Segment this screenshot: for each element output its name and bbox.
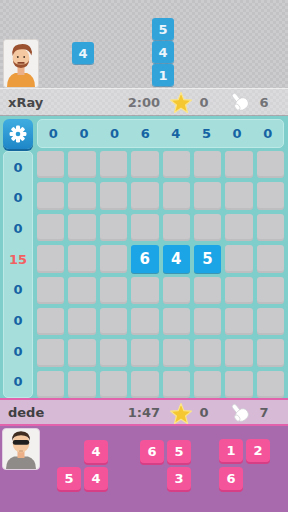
player-rack-tile-2[interactable]: 5 [57, 467, 81, 490]
board-cell-r6c1[interactable] [37, 308, 64, 335]
board-cell-r1c7[interactable] [225, 151, 252, 178]
board-cell-r6c4[interactable] [131, 308, 158, 335]
board-cell-r8c2[interactable] [68, 371, 95, 398]
col-sum-6: 5 [202, 127, 211, 140]
opponent-rack-tile-2[interactable]: 5 [152, 18, 174, 40]
board-cell-r1c4[interactable] [131, 151, 158, 178]
player-rack-tile-8[interactable]: 2 [246, 439, 270, 462]
col-sum-8: 0 [263, 127, 272, 140]
board-cell-r4c1[interactable] [37, 245, 64, 272]
board-cell-r2c3[interactable] [100, 182, 127, 209]
board-cell-r8c1[interactable] [37, 371, 64, 398]
sunglasses-avatar-illustration [3, 429, 39, 469]
row-sum-8: 0 [13, 375, 22, 388]
board-tile-r4c4[interactable]: 6 [131, 245, 158, 272]
board-cell-r6c5[interactable] [163, 308, 190, 335]
player-rack: 454653126 [0, 426, 288, 512]
player-bar: dede 1:47 0 7 [0, 398, 288, 426]
board-cell-r1c1[interactable] [37, 151, 64, 178]
board-cell-r5c6[interactable] [194, 277, 221, 304]
opponent-bar: xRay 2:00 0 6 [0, 88, 288, 116]
board-cell-r2c6[interactable] [194, 182, 221, 209]
board-cell-r1c6[interactable] [194, 151, 221, 178]
board-tile-r4c5[interactable]: 4 [163, 245, 190, 272]
board-cell-r2c4[interactable] [131, 182, 158, 209]
col-sum-2: 0 [79, 127, 88, 140]
board-cell-r3c7[interactable] [225, 214, 252, 241]
board-cell-r1c2[interactable] [68, 151, 95, 178]
board-cell-r5c7[interactable] [225, 277, 252, 304]
col-sum-7: 0 [233, 127, 242, 140]
board-cell-r3c5[interactable] [163, 214, 190, 241]
opponent-timer: 2:00 [128, 96, 160, 109]
board-cell-r4c7[interactable] [225, 245, 252, 272]
row-sum-6: 0 [13, 314, 22, 327]
board-cell-r5c8[interactable] [257, 277, 284, 304]
opponent-star-count: 0 [196, 96, 212, 109]
board-cell-r3c1[interactable] [37, 214, 64, 241]
board-cell-r4c2[interactable] [68, 245, 95, 272]
row-sums-strip: 000150000 [3, 151, 33, 398]
board-cell-r8c7[interactable] [225, 371, 252, 398]
board-cell-r3c8[interactable] [257, 214, 284, 241]
board-cell-r2c8[interactable] [257, 182, 284, 209]
player-timer: 1:47 [128, 406, 160, 419]
board-cell-r6c7[interactable] [225, 308, 252, 335]
row-sum-2: 0 [13, 191, 22, 204]
board-cell-r3c3[interactable] [100, 214, 127, 241]
board-cell-r4c8[interactable] [257, 245, 284, 272]
board-cell-r5c4[interactable] [131, 277, 158, 304]
board-cell-r2c2[interactable] [68, 182, 95, 209]
row-sum-3: 0 [13, 222, 22, 235]
hand-pointer-icon [226, 90, 254, 116]
player-name: dede [8, 406, 44, 419]
board-cell-r8c8[interactable] [257, 371, 284, 398]
row-sum-5: 0 [13, 283, 22, 296]
opponent-tiles-left-count: 6 [256, 96, 272, 109]
board-cell-r6c3[interactable] [100, 308, 127, 335]
player-rack-tile-9[interactable]: 6 [219, 467, 243, 490]
board-cell-r5c5[interactable] [163, 277, 190, 304]
board-cell-r7c6[interactable] [194, 339, 221, 366]
player-rack-tile-3[interactable]: 4 [84, 467, 108, 490]
board-cell-r7c7[interactable] [225, 339, 252, 366]
board-cell-r1c3[interactable] [100, 151, 127, 178]
board-cell-r2c5[interactable] [163, 182, 190, 209]
board-cell-r1c5[interactable] [163, 151, 190, 178]
board-cell-r6c8[interactable] [257, 308, 284, 335]
player-star-count: 0 [196, 406, 212, 419]
col-sum-5: 4 [171, 127, 180, 140]
board-cell-r2c7[interactable] [225, 182, 252, 209]
col-sum-1: 0 [49, 127, 58, 140]
board-area: 00064500 000150000 645 [0, 116, 288, 398]
col-sum-4: 6 [141, 127, 150, 140]
player-avatar [2, 428, 40, 470]
board-cell-r7c3[interactable] [100, 339, 127, 366]
board-cell-r8c6[interactable] [194, 371, 221, 398]
board-cell-r7c8[interactable] [257, 339, 284, 366]
board-cell-r5c2[interactable] [68, 277, 95, 304]
board-cell-r6c2[interactable] [68, 308, 95, 335]
board-cell-r7c1[interactable] [37, 339, 64, 366]
settings-button[interactable] [3, 119, 33, 149]
board-cell-r3c2[interactable] [68, 214, 95, 241]
gear-icon [9, 125, 27, 143]
game-board: 645 [37, 151, 284, 398]
player-area: 454653126 [0, 426, 288, 512]
hand-pointer-icon [226, 401, 254, 427]
opponent-name: xRay [8, 96, 43, 109]
board-cell-r8c4[interactable] [131, 371, 158, 398]
board-cell-r6c6[interactable] [194, 308, 221, 335]
board-cell-r4c3[interactable] [100, 245, 127, 272]
board-cell-r3c4[interactable] [131, 214, 158, 241]
board-cell-r1c8[interactable] [257, 151, 284, 178]
board-cell-r8c5[interactable] [163, 371, 190, 398]
board-cell-r7c5[interactable] [163, 339, 190, 366]
player-tiles-left-count: 7 [256, 406, 272, 419]
player-rack-tile-4[interactable]: 6 [140, 440, 164, 463]
player-rack-tile-5[interactable]: 5 [167, 440, 191, 463]
opponent-rack-tile-3[interactable]: 4 [152, 41, 174, 63]
col-sum-3: 0 [110, 127, 119, 140]
board-cell-r7c2[interactable] [68, 339, 95, 366]
player-rack-tile-6[interactable]: 3 [167, 467, 191, 490]
opponent-rack-tile-4[interactable]: 1 [152, 64, 174, 86]
opponent-rack-tile-1[interactable]: 4 [72, 42, 94, 64]
board-cell-r7c4[interactable] [131, 339, 158, 366]
board-cell-r5c3[interactable] [100, 277, 127, 304]
column-sums-strip: 00064500 [37, 119, 284, 148]
opponent-area: 4541 xRay 2:00 0 6 [0, 0, 288, 116]
board-cell-r8c3[interactable] [100, 371, 127, 398]
board-tile-r4c6[interactable]: 5 [194, 245, 221, 272]
board-cell-r3c6[interactable] [194, 214, 221, 241]
player-rack-tile-1[interactable]: 4 [84, 440, 108, 463]
player-rack-tile-7[interactable]: 1 [219, 439, 243, 462]
row-sum-1: 0 [13, 161, 22, 174]
game-screen: 4541 xRay 2:00 0 6 [0, 0, 288, 512]
board-cell-r5c1[interactable] [37, 277, 64, 304]
star-icon [168, 401, 194, 427]
row-sum-7: 0 [13, 345, 22, 358]
row-sum-4: 15 [9, 253, 27, 266]
star-icon [168, 90, 194, 116]
board-cell-r2c1[interactable] [37, 182, 64, 209]
